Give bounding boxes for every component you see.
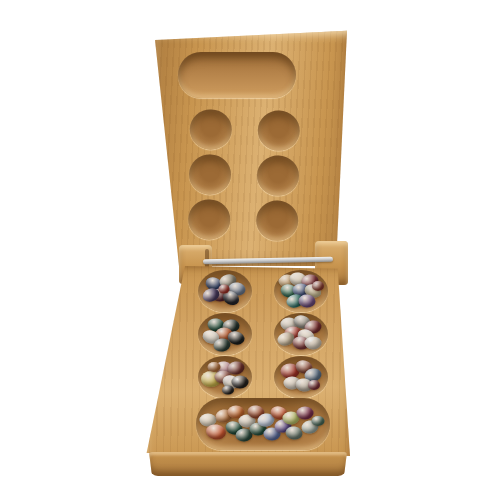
pit-base-r2-right [274, 313, 328, 355]
gem-stone [218, 284, 229, 293]
board-lid-panel [150, 28, 350, 266]
gem-stone [308, 380, 320, 390]
pit-lid-r3-right [256, 200, 299, 241]
gem-stone [311, 416, 324, 426]
base-front-edge [149, 452, 347, 476]
gem-stone [232, 375, 249, 388]
gem-stone [312, 281, 324, 291]
store-pit-base [196, 398, 330, 450]
gem-stone [304, 337, 321, 350]
base-pit-grid [187, 269, 339, 399]
pit-lid-r1-right [257, 111, 300, 152]
board-base-panel [145, 264, 350, 478]
gem-stone [205, 423, 227, 441]
pit-lid-r2-left [189, 154, 232, 195]
pit-lid-r2-right [257, 155, 300, 196]
gem-stone [208, 362, 221, 372]
pit-lid-r1-left [189, 109, 232, 150]
pit-base-r1-left [198, 270, 252, 312]
pit-lid-r3-left [188, 199, 231, 240]
pit-base-r1-right [274, 270, 328, 312]
gem-stone [284, 425, 303, 441]
store-pit-lid [178, 52, 296, 98]
mancala-product-photo [0, 0, 500, 500]
lid-pit-grid [175, 107, 313, 243]
pit-base-r3-left [198, 356, 252, 398]
pit-base-r3-right [274, 356, 328, 398]
pit-base-r2-left [198, 313, 252, 355]
gem-stone [296, 406, 313, 419]
gem-stone [222, 385, 234, 394]
